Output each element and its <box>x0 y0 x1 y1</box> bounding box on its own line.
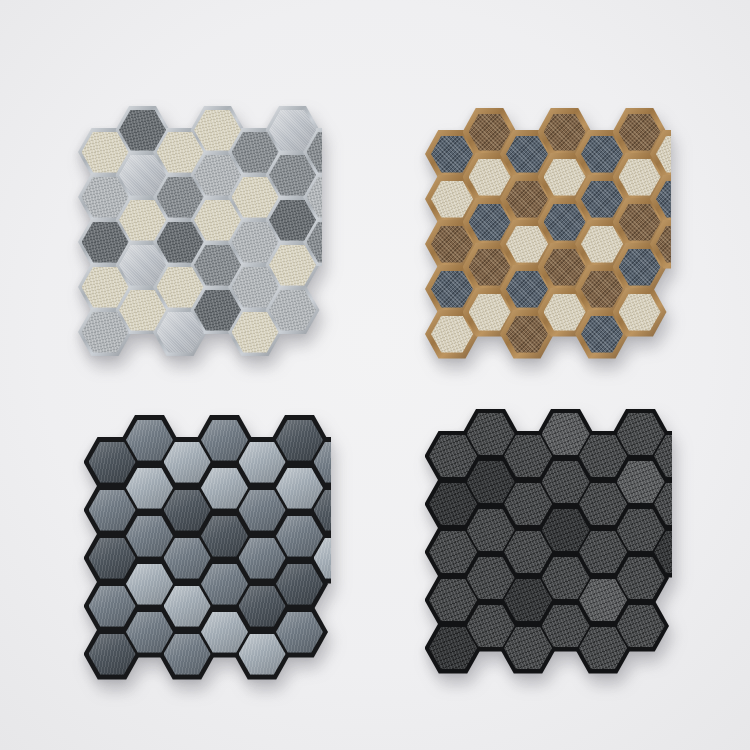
tile-sample-top-left <box>77 104 322 357</box>
tile-sample-bottom-left <box>84 414 331 681</box>
tile-sample-bottom-right <box>425 408 672 675</box>
product-photo <box>0 0 750 750</box>
tile-sample-top-right <box>424 106 671 361</box>
